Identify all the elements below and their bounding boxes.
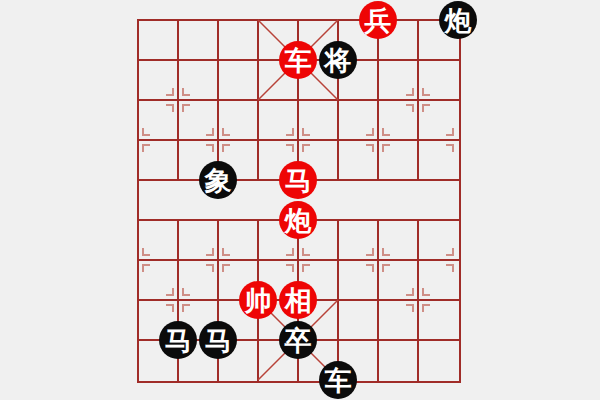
xiangqi-board: 兵炮车将象马炮帅相马马卒车 [137, 19, 461, 383]
board-cell[interactable] [379, 181, 419, 221]
position-marker [302, 144, 310, 152]
board-cell[interactable] [419, 341, 459, 381]
red-pawn-piece[interactable]: 兵 [359, 1, 397, 39]
position-marker [406, 104, 414, 112]
black-pawn-piece[interactable]: 卒 [279, 321, 317, 359]
position-marker [366, 144, 374, 152]
board-cell[interactable] [219, 21, 259, 61]
position-marker [302, 248, 310, 256]
position-marker [302, 264, 310, 272]
position-marker [446, 248, 454, 256]
position-marker [446, 144, 454, 152]
board-cell[interactable] [179, 21, 219, 61]
position-marker [366, 128, 374, 136]
position-marker [142, 264, 150, 272]
red-horse-piece[interactable]: 马 [279, 161, 317, 199]
position-marker [206, 144, 214, 152]
position-marker [166, 288, 174, 296]
red-elephant-piece[interactable]: 相 [279, 281, 317, 319]
board-cell[interactable] [419, 181, 459, 221]
position-marker [166, 304, 174, 312]
position-marker [382, 128, 390, 136]
position-marker [302, 128, 310, 136]
position-marker [182, 104, 190, 112]
position-marker [382, 264, 390, 272]
position-marker [422, 104, 430, 112]
red-chariot-piece[interactable]: 车 [279, 41, 317, 79]
red-cannon-piece[interactable]: 炮 [279, 201, 317, 239]
black-cannon-piece[interactable]: 炮 [439, 1, 477, 39]
position-marker [222, 144, 230, 152]
position-marker [142, 128, 150, 136]
position-marker [286, 248, 294, 256]
board-cell[interactable] [339, 181, 379, 221]
position-marker [182, 288, 190, 296]
position-marker [222, 128, 230, 136]
board-cell[interactable] [339, 301, 379, 341]
black-horse-piece[interactable]: 马 [199, 321, 237, 359]
position-marker [222, 248, 230, 256]
position-marker [422, 288, 430, 296]
position-marker [182, 88, 190, 96]
black-chariot-piece[interactable]: 车 [319, 361, 357, 399]
position-marker [406, 304, 414, 312]
position-marker [286, 144, 294, 152]
position-marker [382, 248, 390, 256]
position-marker [182, 304, 190, 312]
board-cell[interactable] [219, 61, 259, 101]
position-marker [406, 288, 414, 296]
black-horse-piece[interactable]: 马 [159, 321, 197, 359]
position-marker [206, 248, 214, 256]
position-marker [422, 88, 430, 96]
position-marker [382, 144, 390, 152]
red-general-piece[interactable]: 帅 [239, 281, 277, 319]
position-marker [206, 128, 214, 136]
board-cell[interactable] [379, 341, 419, 381]
position-marker [446, 128, 454, 136]
position-marker [286, 128, 294, 136]
black-elephant-piece[interactable]: 象 [199, 161, 237, 199]
position-marker [446, 264, 454, 272]
xiangqi-diagram: 兵炮车将象马炮帅相马马卒车 [0, 0, 600, 400]
position-marker [166, 104, 174, 112]
black-general-piece[interactable]: 将 [319, 41, 357, 79]
position-marker [286, 264, 294, 272]
position-marker [142, 248, 150, 256]
position-marker [206, 264, 214, 272]
position-marker [142, 144, 150, 152]
position-marker [366, 264, 374, 272]
board-cell[interactable] [139, 181, 179, 221]
position-marker [406, 88, 414, 96]
position-marker [222, 264, 230, 272]
position-marker [422, 304, 430, 312]
board-cell[interactable] [139, 21, 179, 61]
position-marker [166, 88, 174, 96]
position-marker [366, 248, 374, 256]
